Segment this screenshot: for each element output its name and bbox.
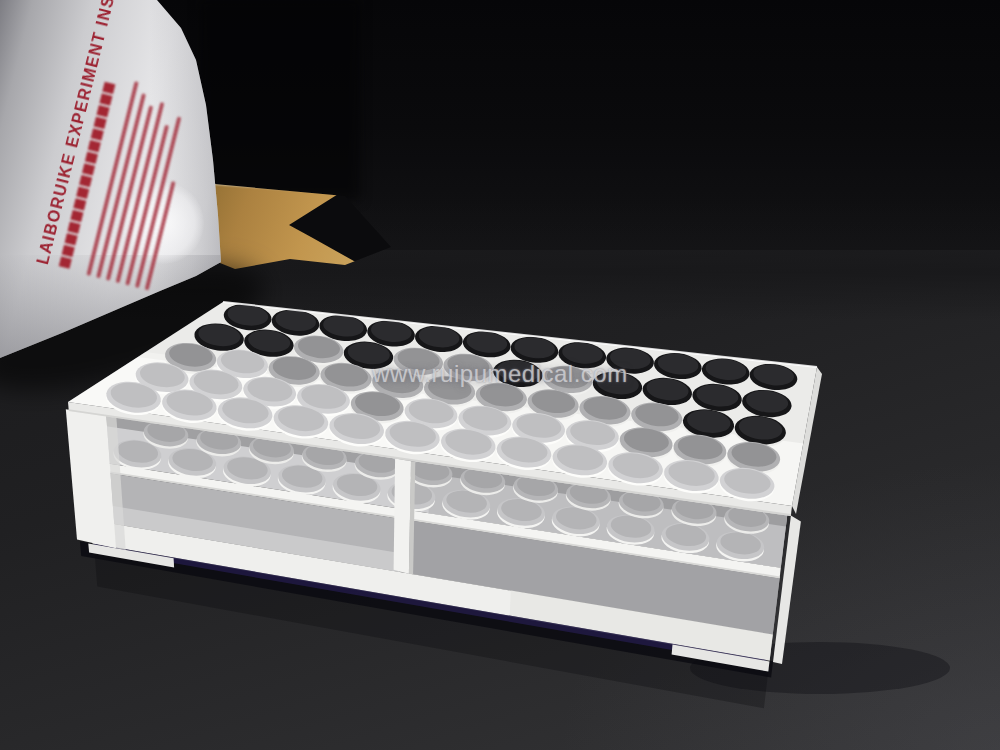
watermark-text: www.ruipumedical.com — [310, 360, 690, 388]
centre-divider — [394, 459, 411, 574]
product-photo: LAIBORUIKE EXPERIMENT INSTRU www.ruipume… — [0, 0, 1000, 750]
